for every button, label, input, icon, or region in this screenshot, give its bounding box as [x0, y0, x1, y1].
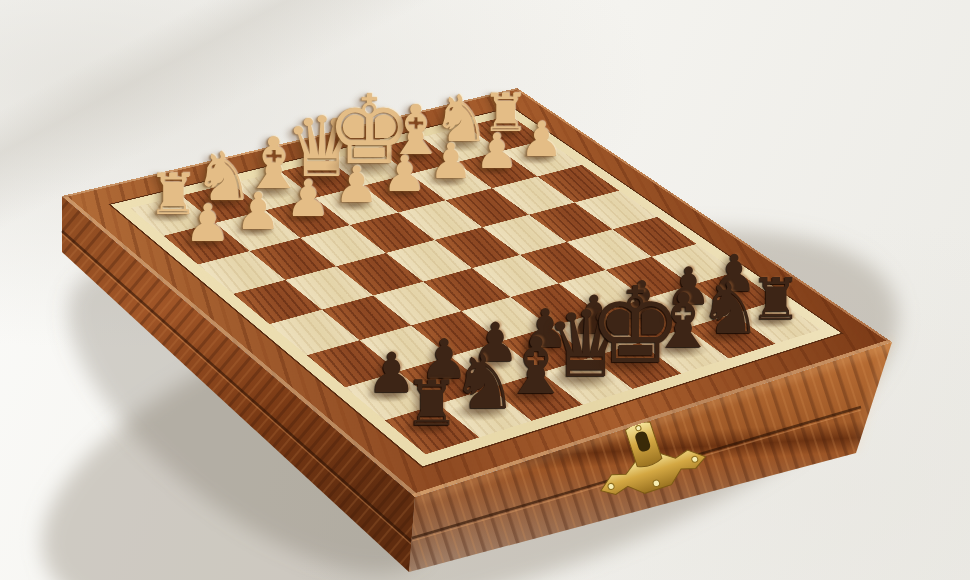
piece-white-pawn-f2[interactable]: ♟ — [285, 173, 330, 223]
piece-white-pawn-h2[interactable]: ♟ — [184, 198, 230, 250]
piece-white-pawn-g2[interactable]: ♟ — [235, 186, 281, 237]
piece-black-rook-a8[interactable]: ♜ — [750, 271, 802, 329]
photo-scene: ♜♞♝♛♚♝♞♜♟♟♟♟♟♟♟♟♟♟♟♟♟♟♟♟♜♞♝♛♚♝♞♜ — [0, 0, 970, 580]
piece-white-pawn-e2[interactable]: ♟ — [334, 161, 379, 211]
piece-white-pawn-a2[interactable]: ♟ — [520, 116, 563, 164]
piece-white-pawn-c2[interactable]: ♟ — [429, 138, 473, 187]
piece-white-pawn-d2[interactable]: ♟ — [382, 150, 426, 199]
piece-white-pawn-b2[interactable]: ♟ — [475, 127, 518, 175]
